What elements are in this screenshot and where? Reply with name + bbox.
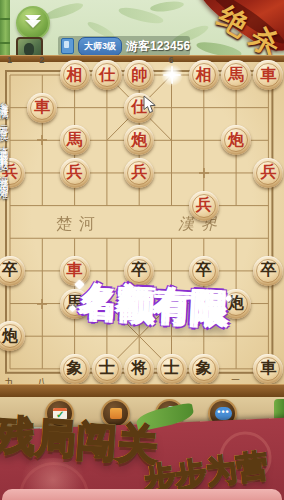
player-level-icon	[61, 38, 74, 54]
board-point-mark	[37, 299, 47, 309]
piece-red-相[interactable]: 相	[189, 60, 219, 90]
board-point-mark	[199, 168, 209, 178]
column-label-top: 1	[7, 55, 12, 65]
top-bar: 大师3级 游客123456 绝 杀	[0, 0, 284, 62]
piece-black-卒[interactable]: 卒	[189, 256, 219, 286]
piece-red-馬[interactable]: 馬	[221, 60, 251, 90]
piece-red-馬[interactable]: 馬	[60, 125, 90, 155]
player-level-badge: 大师3级	[78, 37, 122, 56]
piece-red-兵[interactable]: 兵	[189, 191, 219, 221]
promo-overlay-text: 名额有限	[79, 277, 229, 335]
bamboo-leaf-decor	[150, 0, 185, 13]
chat-icon: •••	[215, 407, 232, 420]
piece-black-士[interactable]: 士	[92, 354, 122, 384]
piece-red-相[interactable]: 相	[60, 60, 90, 90]
chevron-down-icon	[25, 20, 41, 28]
mouse-cursor	[143, 95, 157, 115]
back-button[interactable]	[16, 6, 50, 40]
board-point-mark	[37, 135, 47, 145]
bottom-panel-edge	[2, 489, 282, 500]
xiangqi-board[interactable]: 楚河 漢界 126 九八二 相仕帥相馬車車仕馬炮炮兵兵兵兵兵卒車卒卒卒馬馬炮炮象…	[0, 62, 284, 386]
piece-black-士[interactable]: 士	[157, 354, 187, 384]
column-label-top: 2	[39, 55, 44, 65]
piece-black-象[interactable]: 象	[189, 354, 219, 384]
piece-red-兵[interactable]: 兵	[60, 158, 90, 188]
promo-fine-print: 参与游戏满3元即可兑换 本活动最终解释权归 调整活动内容为准	[0, 95, 10, 383]
juesha-ribbon: 绝 杀	[192, 0, 284, 58]
ad-title: 残局闯关	[0, 407, 160, 473]
wood-edge-bottom	[0, 384, 284, 397]
piece-black-将[interactable]: 将	[124, 354, 154, 384]
piece-red-帥[interactable]: 帥	[124, 60, 154, 90]
piece-red-仕[interactable]: 仕	[92, 60, 122, 90]
piece-red-兵[interactable]: 兵	[124, 158, 154, 188]
bamboo-stalk-decor	[0, 0, 10, 62]
last-move-origin-marker	[161, 64, 183, 86]
player-info: 大师3级 游客123456	[58, 36, 190, 56]
piece-black-象[interactable]: 象	[60, 354, 90, 384]
player-name: 游客123456	[126, 38, 190, 55]
river-label-left: 楚河	[56, 214, 102, 235]
app-screen: 大师3级 游客123456 绝 杀 楚河 漢界 126 九八二 相仕帥相馬車車仕…	[0, 0, 284, 500]
piece-red-車[interactable]: 車	[27, 93, 57, 123]
